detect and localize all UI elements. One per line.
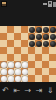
board-square[interactable] [14,40,21,47]
board-square[interactable] [35,68,42,75]
black-piece[interactable] [50,34,56,40]
board-square[interactable] [35,75,42,82]
board [0,26,56,82]
black-piece[interactable] [36,34,42,40]
board-square[interactable] [14,54,21,61]
board-square[interactable] [0,47,7,54]
board-square[interactable] [42,26,49,33]
white-piece[interactable] [15,76,21,82]
board-square[interactable] [14,47,21,54]
board-square[interactable] [21,68,28,75]
board-square[interactable] [14,68,21,75]
board-square[interactable] [7,54,14,61]
signal-icon [43,3,47,5]
board-square[interactable] [28,61,35,68]
board-square[interactable] [0,40,7,47]
board-square[interactable] [42,68,49,75]
board-square[interactable] [35,54,42,61]
board-square[interactable] [35,26,42,33]
board-square[interactable] [21,75,28,82]
app-screen: ↶ ⇤ → ⇥ ⇓ [0,0,56,100]
board-square[interactable] [42,54,49,61]
white-piece[interactable] [8,62,14,68]
white-piece[interactable] [8,69,14,75]
board-square[interactable] [49,26,56,33]
black-piece[interactable] [43,34,49,40]
clock-icon [53,2,56,7]
board-square[interactable] [0,54,7,61]
board-square[interactable] [14,61,21,68]
white-piece[interactable] [22,69,28,75]
board-square[interactable] [7,61,14,68]
board-square[interactable] [49,54,56,61]
white-piece[interactable] [1,62,7,68]
board-square[interactable] [28,68,35,75]
board-square[interactable] [42,40,49,47]
board-square[interactable] [49,61,56,68]
more-button[interactable]: ⇓ [46,87,55,95]
black-piece[interactable] [43,27,49,33]
board-square[interactable] [28,54,35,61]
battery-icon [48,1,52,7]
board-square[interactable] [0,68,7,75]
board-square[interactable] [28,40,35,47]
board-square[interactable] [7,68,14,75]
board-square[interactable] [0,33,7,40]
board-square[interactable] [49,33,56,40]
board-square[interactable] [49,68,56,75]
board-square[interactable] [49,47,56,54]
board-square[interactable] [7,47,14,54]
undo-button[interactable]: ↶ [1,87,10,95]
checkers-app-icon [1,1,7,7]
board-square[interactable] [28,26,35,33]
board-square[interactable] [0,75,7,82]
board-square[interactable] [49,75,56,82]
white-piece[interactable] [15,69,21,75]
black-piece[interactable] [36,41,42,47]
board-square[interactable] [42,75,49,82]
board-square[interactable] [7,33,14,40]
toolbar: ↶ ⇤ → ⇥ ⇓ [0,82,56,100]
board-square[interactable] [14,33,21,40]
board-square[interactable] [7,26,14,33]
board-square[interactable] [42,33,49,40]
board-square[interactable] [28,75,35,82]
board-square[interactable] [49,40,56,47]
board-square[interactable] [0,61,7,68]
black-piece[interactable] [36,27,42,33]
board-square[interactable] [14,75,21,82]
board-square[interactable] [21,47,28,54]
black-piece[interactable] [29,41,35,47]
white-piece[interactable] [1,69,7,75]
board-square[interactable] [7,40,14,47]
white-piece[interactable] [8,76,14,82]
board-square[interactable] [21,40,28,47]
board-square[interactable] [7,75,14,82]
status-bar [0,0,56,10]
white-piece[interactable] [22,62,28,68]
white-piece[interactable] [22,76,28,82]
board-square[interactable] [28,33,35,40]
board-square[interactable] [21,26,28,33]
board-square[interactable] [21,54,28,61]
board-square[interactable] [35,33,42,40]
board-square[interactable] [35,47,42,54]
board-square[interactable] [14,26,21,33]
white-piece[interactable] [1,76,7,82]
go-last-button[interactable]: ⇥ [35,87,44,95]
white-piece[interactable] [15,62,21,68]
black-piece[interactable] [50,41,56,47]
black-piece[interactable] [43,41,49,47]
board-square[interactable] [35,40,42,47]
black-piece[interactable] [50,27,56,33]
black-piece[interactable] [29,27,35,33]
go-first-button[interactable]: ⇤ [12,87,21,95]
board-square[interactable] [28,47,35,54]
board-square[interactable] [21,33,28,40]
board-square[interactable] [21,61,28,68]
board-square[interactable] [35,61,42,68]
black-piece[interactable] [29,34,35,40]
board-square[interactable] [42,47,49,54]
board-square[interactable] [0,26,7,33]
board-square[interactable] [42,61,49,68]
forward-button[interactable]: → [23,87,32,95]
